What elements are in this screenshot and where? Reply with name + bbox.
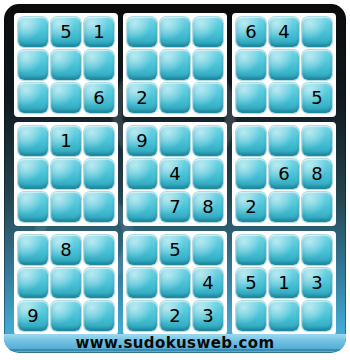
cell-r5c1[interactable] (18, 159, 48, 189)
cell-r7c6[interactable] (193, 235, 223, 265)
site-url: www.sudokusweb.com (75, 334, 274, 352)
sudoku-board-frame: 516264519478682895423513 www.sudokusweb.… (4, 4, 346, 353)
cell-r3c5[interactable] (160, 83, 190, 113)
cell-r9c8[interactable] (269, 301, 299, 331)
cell-r4c6[interactable] (193, 126, 223, 156)
cell-r1c7[interactable]: 6 (236, 17, 266, 47)
cell-r7c4[interactable] (127, 235, 157, 265)
cell-r9c1[interactable]: 9 (18, 301, 48, 331)
sudoku-box-6: 682 (232, 122, 336, 226)
cell-r7c9[interactable] (302, 235, 332, 265)
cell-r3c1[interactable] (18, 83, 48, 113)
sudoku-box-8: 5423 (123, 231, 227, 335)
cell-r4c1[interactable] (18, 126, 48, 156)
cell-r2c3[interactable] (84, 50, 114, 80)
cell-r5c5[interactable]: 4 (160, 159, 190, 189)
sudoku-board: 516264519478682895423513 (14, 13, 336, 335)
cell-r8c8[interactable]: 1 (269, 268, 299, 298)
cell-r7c7[interactable] (236, 235, 266, 265)
cell-r6c5[interactable]: 7 (160, 192, 190, 222)
cell-r4c5[interactable] (160, 126, 190, 156)
cell-r4c3[interactable] (84, 126, 114, 156)
cell-r2c2[interactable] (51, 50, 81, 80)
cell-r9c2[interactable] (51, 301, 81, 331)
cell-r2c8[interactable] (269, 50, 299, 80)
cell-r5c6[interactable] (193, 159, 223, 189)
cell-r2c4[interactable] (127, 50, 157, 80)
cell-r5c4[interactable] (127, 159, 157, 189)
cell-r8c7[interactable]: 5 (236, 268, 266, 298)
sudoku-box-2: 2 (123, 13, 227, 117)
cell-r1c1[interactable] (18, 17, 48, 47)
sudoku-box-3: 645 (232, 13, 336, 117)
cell-r1c4[interactable] (127, 17, 157, 47)
cell-r3c4[interactable]: 2 (127, 83, 157, 113)
cell-r6c1[interactable] (18, 192, 48, 222)
cell-r7c5[interactable]: 5 (160, 235, 190, 265)
cell-r7c8[interactable] (269, 235, 299, 265)
cell-r3c7[interactable] (236, 83, 266, 113)
cell-r4c8[interactable] (269, 126, 299, 156)
cell-r2c7[interactable] (236, 50, 266, 80)
cell-r6c8[interactable] (269, 192, 299, 222)
cell-r4c4[interactable]: 9 (127, 126, 157, 156)
cell-r5c8[interactable]: 6 (269, 159, 299, 189)
cell-r1c8[interactable]: 4 (269, 17, 299, 47)
cell-r5c3[interactable] (84, 159, 114, 189)
cell-r3c8[interactable] (269, 83, 299, 113)
cell-r3c2[interactable] (51, 83, 81, 113)
cell-r3c6[interactable] (193, 83, 223, 113)
cell-r8c1[interactable] (18, 268, 48, 298)
cell-r9c9[interactable] (302, 301, 332, 331)
cell-r3c9[interactable]: 5 (302, 83, 332, 113)
cell-r8c3[interactable] (84, 268, 114, 298)
sudoku-box-7: 89 (14, 231, 118, 335)
cell-r1c2[interactable]: 5 (51, 17, 81, 47)
cell-r5c9[interactable]: 8 (302, 159, 332, 189)
cell-r8c5[interactable] (160, 268, 190, 298)
cell-r6c2[interactable] (51, 192, 81, 222)
cell-r7c1[interactable] (18, 235, 48, 265)
cell-r2c1[interactable] (18, 50, 48, 80)
cell-r1c9[interactable] (302, 17, 332, 47)
cell-r7c2[interactable]: 8 (51, 235, 81, 265)
cell-r7c3[interactable] (84, 235, 114, 265)
cell-r9c7[interactable] (236, 301, 266, 331)
cell-r5c2[interactable] (51, 159, 81, 189)
cell-r4c9[interactable] (302, 126, 332, 156)
cell-r2c6[interactable] (193, 50, 223, 80)
cell-r9c5[interactable]: 2 (160, 301, 190, 331)
cell-r6c7[interactable]: 2 (236, 192, 266, 222)
cell-r4c7[interactable] (236, 126, 266, 156)
sudoku-box-1: 516 (14, 13, 118, 117)
footer-bar: www.sudokusweb.com (4, 334, 346, 351)
sudoku-box-5: 9478 (123, 122, 227, 226)
cell-r8c4[interactable] (127, 268, 157, 298)
cell-r1c3[interactable]: 1 (84, 17, 114, 47)
cell-r2c5[interactable] (160, 50, 190, 80)
sudoku-box-9: 513 (232, 231, 336, 335)
cell-r6c9[interactable] (302, 192, 332, 222)
cell-r1c6[interactable] (193, 17, 223, 47)
cell-r9c4[interactable] (127, 301, 157, 331)
sudoku-box-4: 1 (14, 122, 118, 226)
cell-r1c5[interactable] (160, 17, 190, 47)
page: 516264519478682895423513 www.sudokusweb.… (0, 0, 350, 360)
cell-r3c3[interactable]: 6 (84, 83, 114, 113)
cell-r6c4[interactable] (127, 192, 157, 222)
cell-r9c6[interactable]: 3 (193, 301, 223, 331)
cell-r4c2[interactable]: 1 (51, 126, 81, 156)
cell-r8c9[interactable]: 3 (302, 268, 332, 298)
cell-r5c7[interactable] (236, 159, 266, 189)
cell-r9c3[interactable] (84, 301, 114, 331)
cell-r6c3[interactable] (84, 192, 114, 222)
cell-r8c2[interactable] (51, 268, 81, 298)
cell-r2c9[interactable] (302, 50, 332, 80)
cell-r6c6[interactable]: 8 (193, 192, 223, 222)
cell-r8c6[interactable]: 4 (193, 268, 223, 298)
